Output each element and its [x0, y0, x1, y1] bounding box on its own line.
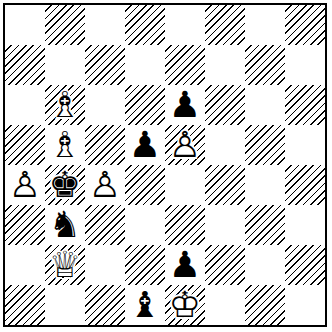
- black-pawn-glyph: ♟: [125, 125, 165, 165]
- piece-white-bishop: ♝♗: [45, 85, 85, 125]
- white-pawn-glyph: ♙: [85, 165, 125, 205]
- square-e8[interactable]: [165, 5, 205, 45]
- black-pawn-glyph: ♟: [165, 245, 205, 285]
- white-pawn-glyph: ♙: [5, 165, 45, 205]
- black-king-glyph: ♚: [45, 165, 85, 205]
- square-g7[interactable]: [245, 45, 285, 85]
- square-g5[interactable]: [245, 125, 285, 165]
- white-pawn-glyph: ♙: [165, 125, 205, 165]
- piece-white-bishop: ♝♗: [45, 125, 85, 165]
- white-bishop-glyph: ♗: [45, 125, 85, 165]
- square-h7[interactable]: [285, 45, 325, 85]
- square-e5[interactable]: ♟♙: [165, 125, 205, 165]
- square-c6[interactable]: [85, 85, 125, 125]
- square-c7[interactable]: [85, 45, 125, 85]
- square-f5[interactable]: [205, 125, 245, 165]
- square-g6[interactable]: [245, 85, 285, 125]
- piece-black-pawn: ♟♟: [125, 125, 165, 165]
- white-bishop-glyph: ♗: [45, 85, 85, 125]
- chess-diagram: ♝♗♟♟♝♗♟♟♟♙♟♙♚♚♟♙♞♞♛♕♟♟♝♝♚♔: [0, 0, 332, 332]
- square-b3[interactable]: ♞♞: [45, 205, 85, 245]
- square-h8[interactable]: [285, 5, 325, 45]
- square-h6[interactable]: [285, 85, 325, 125]
- square-e1[interactable]: ♚♔: [165, 285, 205, 325]
- square-h4[interactable]: [285, 165, 325, 205]
- square-f4[interactable]: [205, 165, 245, 205]
- square-b4[interactable]: ♚♚: [45, 165, 85, 205]
- square-d1[interactable]: ♝♝: [125, 285, 165, 325]
- square-a1[interactable]: [5, 285, 45, 325]
- square-a2[interactable]: [5, 245, 45, 285]
- square-f1[interactable]: [205, 285, 245, 325]
- square-e2[interactable]: ♟♟: [165, 245, 205, 285]
- square-d8[interactable]: [125, 5, 165, 45]
- square-d4[interactable]: [125, 165, 165, 205]
- piece-black-pawn: ♟♟: [165, 85, 205, 125]
- square-e4[interactable]: [165, 165, 205, 205]
- square-g4[interactable]: [245, 165, 285, 205]
- square-g3[interactable]: [245, 205, 285, 245]
- square-f3[interactable]: [205, 205, 245, 245]
- square-b2[interactable]: ♛♕: [45, 245, 85, 285]
- piece-white-queen: ♛♕: [45, 245, 85, 285]
- square-a4[interactable]: ♟♙: [5, 165, 45, 205]
- square-g8[interactable]: [245, 5, 285, 45]
- square-g2[interactable]: [245, 245, 285, 285]
- square-d5[interactable]: ♟♟: [125, 125, 165, 165]
- piece-black-king: ♚♚: [45, 165, 85, 205]
- square-c5[interactable]: [85, 125, 125, 165]
- square-h1[interactable]: [285, 285, 325, 325]
- square-c8[interactable]: [85, 5, 125, 45]
- square-h3[interactable]: [285, 205, 325, 245]
- square-h2[interactable]: [285, 245, 325, 285]
- square-b8[interactable]: [45, 5, 85, 45]
- square-a3[interactable]: [5, 205, 45, 245]
- square-b5[interactable]: ♝♗: [45, 125, 85, 165]
- square-c3[interactable]: [85, 205, 125, 245]
- square-d3[interactable]: [125, 205, 165, 245]
- square-d6[interactable]: [125, 85, 165, 125]
- piece-white-king: ♚♔: [165, 285, 205, 325]
- square-c4[interactable]: ♟♙: [85, 165, 125, 205]
- square-a7[interactable]: [5, 45, 45, 85]
- square-e6[interactable]: ♟♟: [165, 85, 205, 125]
- square-a8[interactable]: [5, 5, 45, 45]
- black-knight-glyph: ♞: [45, 205, 85, 245]
- square-f7[interactable]: [205, 45, 245, 85]
- square-b1[interactable]: [45, 285, 85, 325]
- square-e7[interactable]: [165, 45, 205, 85]
- square-h5[interactable]: [285, 125, 325, 165]
- square-g1[interactable]: [245, 285, 285, 325]
- piece-white-pawn: ♟♙: [5, 165, 45, 205]
- chess-board: ♝♗♟♟♝♗♟♟♟♙♟♙♚♚♟♙♞♞♛♕♟♟♝♝♚♔: [3, 3, 327, 327]
- square-d7[interactable]: [125, 45, 165, 85]
- white-king-glyph: ♔: [165, 285, 205, 325]
- piece-white-pawn: ♟♙: [85, 165, 125, 205]
- square-b7[interactable]: [45, 45, 85, 85]
- square-e3[interactable]: [165, 205, 205, 245]
- piece-black-pawn: ♟♟: [165, 245, 205, 285]
- white-queen-glyph: ♕: [45, 245, 85, 285]
- square-a6[interactable]: [5, 85, 45, 125]
- black-bishop-glyph: ♝: [125, 285, 165, 325]
- piece-black-knight: ♞♞: [45, 205, 85, 245]
- square-b6[interactable]: ♝♗: [45, 85, 85, 125]
- piece-black-bishop: ♝♝: [125, 285, 165, 325]
- square-f8[interactable]: [205, 5, 245, 45]
- square-c1[interactable]: [85, 285, 125, 325]
- piece-white-pawn: ♟♙: [165, 125, 205, 165]
- square-d2[interactable]: [125, 245, 165, 285]
- square-c2[interactable]: [85, 245, 125, 285]
- square-f2[interactable]: [205, 245, 245, 285]
- square-f6[interactable]: [205, 85, 245, 125]
- square-a5[interactable]: [5, 125, 45, 165]
- black-pawn-glyph: ♟: [165, 85, 205, 125]
